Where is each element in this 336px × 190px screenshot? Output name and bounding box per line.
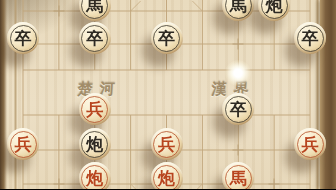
black-pawn[interactable]: 卒 [151,22,183,54]
piece-glyph: 卒 [158,29,175,46]
xiangqi-board[interactable]: 楚河 漢界 馬馬炮卒卒卒卒卒兵兵炮兵兵炮炮馬 [0,0,336,189]
point-marker [53,179,64,190]
piece-glyph: 兵 [302,135,319,152]
red-horse[interactable]: 馬 [222,162,254,189]
point-marker [233,145,244,156]
piece-glyph: 卒 [86,29,103,46]
piece-glyph: 馬 [86,0,103,13]
board-frame-left [0,0,7,189]
piece-glyph: 炮 [266,0,283,13]
red-cannon[interactable]: 炮 [79,162,111,189]
piece-glyph: 卒 [302,29,319,46]
black-cannon[interactable]: 炮 [79,128,111,160]
piece-glyph: 炮 [86,135,103,152]
red-soldier[interactable]: 兵 [7,128,39,160]
black-pawn[interactable]: 卒 [294,22,326,54]
piece-glyph: 卒 [230,100,247,117]
red-cannon[interactable]: 炮 [151,162,183,189]
piece-glyph: 兵 [15,135,32,152]
black-pawn[interactable]: 卒 [79,22,111,54]
piece-glyph: 卒 [15,29,32,46]
red-soldier[interactable]: 兵 [151,128,183,160]
piece-glyph: 馬 [230,169,247,186]
grid-line [131,184,136,189]
grid-line [192,1,202,11]
piece-glyph: 炮 [86,169,103,186]
point-marker [269,179,280,190]
piece-glyph: 兵 [158,135,175,152]
point-marker [53,6,64,17]
piece-glyph: 馬 [230,0,247,13]
piece-glyph: 炮 [158,169,175,186]
grid-line [131,1,141,11]
black-pawn[interactable]: 卒 [222,93,254,125]
point-marker [233,39,244,50]
piece-glyph: 兵 [86,100,103,117]
red-soldier[interactable]: 兵 [294,128,326,160]
red-soldier[interactable]: 兵 [79,93,111,125]
black-pawn[interactable]: 卒 [7,22,39,54]
grid-line [197,184,202,189]
last-move-origin-glow [225,60,251,86]
